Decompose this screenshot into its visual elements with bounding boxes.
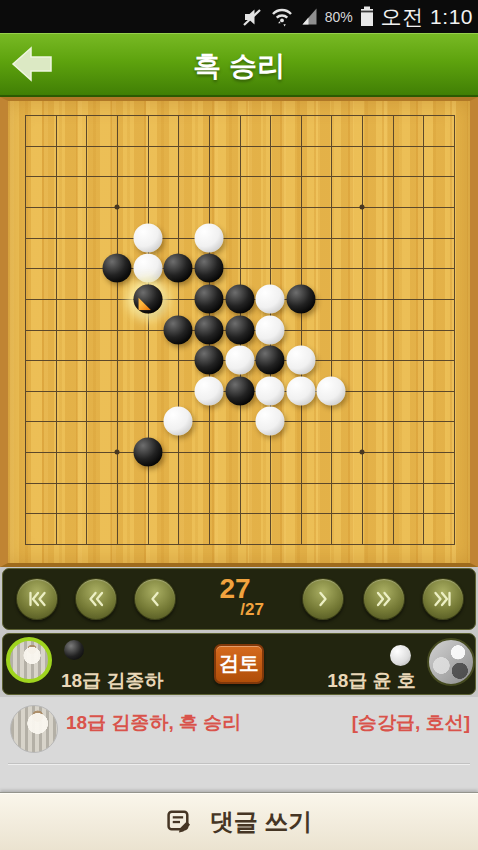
black-stone <box>164 254 193 283</box>
black-stone <box>194 254 223 283</box>
double-chevron-right-icon <box>372 587 396 611</box>
game-tags: [승강급, 호선] <box>352 710 470 736</box>
clock: 오전 1:10 <box>381 3 473 31</box>
black-stone <box>225 284 254 313</box>
grid-line <box>362 115 363 545</box>
white-stone <box>133 254 162 283</box>
skip-to-start-icon <box>25 587 49 611</box>
white-stone <box>286 376 315 405</box>
back-fast-button[interactable] <box>75 578 117 620</box>
black-player-name: 18급 김종하 <box>61 668 163 694</box>
page-title: 흑 승리 <box>0 47 478 85</box>
black-stone <box>102 254 131 283</box>
black-stone <box>286 284 315 313</box>
star-point <box>360 450 365 455</box>
black-stone <box>256 346 285 375</box>
forward-one-button[interactable] <box>302 578 344 620</box>
white-stone <box>133 223 162 252</box>
write-comment-bar[interactable]: 댓글 쓰기 <box>0 792 478 850</box>
white-player-name: 18급 윤 호 <box>327 668 416 694</box>
wifi-icon <box>270 6 294 27</box>
grid-line <box>25 513 455 514</box>
black-stone <box>194 284 223 313</box>
white-stone <box>286 346 315 375</box>
grid-line <box>454 115 455 545</box>
write-comment-icon <box>166 808 193 835</box>
star-point <box>114 450 119 455</box>
move-nav-bar: 27 /27 <box>0 567 478 632</box>
black-stone <box>225 376 254 405</box>
last-move-button[interactable] <box>422 578 464 620</box>
white-player-avatar[interactable] <box>427 638 475 686</box>
review-button[interactable]: 검토 <box>214 644 264 684</box>
grid-line <box>25 483 455 484</box>
grid-line <box>25 421 455 422</box>
white-stone <box>194 223 223 252</box>
white-stone <box>256 376 285 405</box>
app-screen: 80% 오전 1:10 흑 승리 <box>0 0 478 850</box>
battery-icon <box>360 6 374 27</box>
skip-to-end-icon <box>431 587 455 611</box>
black-stone <box>133 438 162 467</box>
signal-icon <box>301 7 318 26</box>
double-chevron-left-icon <box>84 587 108 611</box>
white-stone <box>256 284 285 313</box>
white-stone <box>194 376 223 405</box>
grid-line <box>331 115 332 545</box>
game-board <box>0 97 478 567</box>
grid-line <box>25 544 455 545</box>
white-stone <box>256 315 285 344</box>
mute-icon <box>242 7 263 27</box>
white-stone <box>317 376 346 405</box>
black-stone <box>164 315 193 344</box>
player-bar: 18급 김종하 검토 18급 윤 호 <box>0 632 478 697</box>
black-stone <box>225 315 254 344</box>
forward-fast-button[interactable] <box>363 578 405 620</box>
grid-line <box>301 115 302 545</box>
result-section: 18급 김종하, 흑 승리 [승강급, 호선] <box>0 697 478 792</box>
white-stone-icon <box>390 645 411 666</box>
move-counter: 27 /27 <box>204 576 266 618</box>
first-move-button[interactable] <box>16 578 58 620</box>
chevron-left-icon <box>143 587 167 611</box>
grid-line <box>423 115 424 545</box>
grid-line <box>393 115 394 545</box>
back-one-button[interactable] <box>134 578 176 620</box>
black-stone <box>194 346 223 375</box>
result-message: 18급 김종하, 흑 승리 <box>66 710 241 736</box>
white-stone <box>225 346 254 375</box>
status-bar: 80% 오전 1:10 <box>0 0 478 33</box>
star-point <box>360 204 365 209</box>
star-point <box>114 204 119 209</box>
board-grid[interactable] <box>25 115 455 545</box>
battery-percent: 80% <box>325 9 353 25</box>
black-stone-icon <box>64 640 84 660</box>
comment-divider <box>8 763 470 764</box>
grid-line <box>25 452 455 453</box>
white-stone <box>164 407 193 436</box>
black-stone <box>194 315 223 344</box>
black-player-avatar[interactable] <box>6 637 52 683</box>
title-bar: 흑 승리 <box>0 33 478 97</box>
move-counter-total: /27 <box>204 602 266 618</box>
move-counter-current: 27 <box>204 576 266 602</box>
commenter-avatar[interactable] <box>10 705 58 753</box>
black-stone-last-move <box>133 284 162 313</box>
white-stone <box>256 407 285 436</box>
chevron-right-icon <box>311 587 335 611</box>
write-comment-label: 댓글 쓰기 <box>210 806 313 838</box>
